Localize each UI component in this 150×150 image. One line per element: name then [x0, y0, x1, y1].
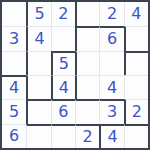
- cell-r5c5[interactable]: 3: [99, 99, 123, 123]
- cell-r3c5[interactable]: [99, 51, 123, 75]
- cell-r1c3[interactable]: 2: [51, 2, 75, 26]
- cell-r6c2[interactable]: [26, 124, 50, 148]
- puzzle-board: 522434654445632624: [0, 0, 150, 150]
- cell-r5c6[interactable]: 2: [124, 99, 148, 123]
- cell-r4c5[interactable]: 4: [99, 75, 123, 99]
- cell-r5c4[interactable]: [75, 99, 99, 123]
- cell-r4c6[interactable]: [124, 75, 148, 99]
- cell-r4c4[interactable]: [75, 75, 99, 99]
- cell-r2c5[interactable]: 6: [99, 26, 123, 50]
- cell-r1c5[interactable]: 2: [99, 2, 123, 26]
- cell-r2c6[interactable]: [124, 26, 148, 50]
- cell-r6c6[interactable]: [124, 124, 148, 148]
- cell-r6c3[interactable]: [51, 124, 75, 148]
- cell-r4c1[interactable]: 4: [2, 75, 26, 99]
- cell-r5c3[interactable]: 6: [51, 99, 75, 123]
- cell-r4c2[interactable]: [26, 75, 50, 99]
- cell-r1c1[interactable]: [2, 2, 26, 26]
- cell-r2c2[interactable]: 4: [26, 26, 50, 50]
- cell-r1c4[interactable]: [75, 2, 99, 26]
- cell-r1c2[interactable]: 5: [26, 2, 50, 26]
- cell-r6c1[interactable]: 6: [2, 124, 26, 148]
- cell-r5c1[interactable]: 5: [2, 99, 26, 123]
- cell-r2c4[interactable]: [75, 26, 99, 50]
- cell-r3c6[interactable]: [124, 51, 148, 75]
- cell-r6c5[interactable]: 4: [99, 124, 123, 148]
- cell-r3c2[interactable]: [26, 51, 50, 75]
- cell-r6c4[interactable]: 2: [75, 124, 99, 148]
- cell-r3c4[interactable]: [75, 51, 99, 75]
- cell-r3c3[interactable]: 5: [51, 51, 75, 75]
- cell-r3c1[interactable]: [2, 51, 26, 75]
- cell-r2c1[interactable]: 3: [2, 26, 26, 50]
- cell-r1c6[interactable]: 4: [124, 2, 148, 26]
- cell-r5c2[interactable]: [26, 99, 50, 123]
- cell-r2c3[interactable]: [51, 26, 75, 50]
- cell-r4c3[interactable]: 4: [51, 75, 75, 99]
